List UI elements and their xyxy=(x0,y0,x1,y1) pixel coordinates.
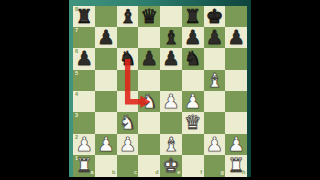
square-g5[interactable]: ♝ xyxy=(204,70,226,91)
square-e1[interactable]: e♚ xyxy=(160,155,182,176)
piece-white-pawn-g2[interactable]: ♟ xyxy=(206,134,223,154)
square-e5[interactable] xyxy=(160,70,182,91)
square-d2[interactable] xyxy=(138,134,160,155)
square-d5[interactable] xyxy=(138,70,160,91)
square-d6[interactable]: ♟ xyxy=(138,48,160,69)
square-b3[interactable] xyxy=(95,112,117,133)
square-g3[interactable] xyxy=(204,112,226,133)
piece-white-bishop-g5[interactable]: ♝ xyxy=(206,70,223,90)
square-a8[interactable]: 8♜ xyxy=(73,6,95,27)
square-d7[interactable] xyxy=(138,27,160,48)
piece-black-pawn-g7[interactable]: ♟ xyxy=(206,27,223,47)
file-label-d: d xyxy=(155,170,158,176)
square-b1[interactable]: b xyxy=(95,155,117,176)
file-label-b: b xyxy=(112,170,115,176)
square-c7[interactable] xyxy=(117,27,139,48)
square-b4[interactable] xyxy=(95,91,117,112)
square-g8[interactable]: ♚ xyxy=(204,6,226,27)
piece-black-pawn-e6[interactable]: ♟ xyxy=(162,49,179,69)
square-h3[interactable] xyxy=(225,112,247,133)
square-a3[interactable]: 3 xyxy=(73,112,95,133)
piece-white-rook-a1[interactable]: ♜ xyxy=(75,156,92,176)
square-f5[interactable] xyxy=(182,70,204,91)
rank-label-7: 7 xyxy=(75,28,78,34)
piece-white-pawn-c2[interactable]: ♟ xyxy=(119,134,136,154)
piece-white-queen-f3[interactable]: ♛ xyxy=(184,113,201,133)
rank-label-5: 5 xyxy=(75,71,78,77)
square-d3[interactable] xyxy=(138,112,160,133)
square-e6[interactable]: ♟ xyxy=(160,48,182,69)
square-h7[interactable]: ♟ xyxy=(225,27,247,48)
square-f3[interactable]: ♛ xyxy=(182,112,204,133)
square-d1[interactable]: d xyxy=(138,155,160,176)
chess-board: 8♜♝♛♜♚7♟♝♟♟♟6♟♞♟♟♞5♝4♞♟♟3♞♛2♟♟♟♝♟♟1a♜bcd… xyxy=(73,6,247,177)
piece-black-pawn-d6[interactable]: ♟ xyxy=(141,49,158,69)
piece-black-rook-a8[interactable]: ♜ xyxy=(75,6,92,26)
square-g4[interactable] xyxy=(204,91,226,112)
piece-black-queen-d8[interactable]: ♛ xyxy=(141,6,158,26)
piece-white-pawn-b2[interactable]: ♟ xyxy=(97,134,114,154)
piece-black-bishop-e7[interactable]: ♝ xyxy=(162,27,179,47)
square-a5[interactable]: 5 xyxy=(73,70,95,91)
square-a4[interactable]: 4 xyxy=(73,91,95,112)
piece-white-pawn-e4[interactable]: ♟ xyxy=(162,92,179,112)
file-label-c: c xyxy=(134,170,137,176)
square-h8[interactable] xyxy=(225,6,247,27)
piece-white-knight-c3[interactable]: ♞ xyxy=(119,113,136,133)
square-h6[interactable] xyxy=(225,48,247,69)
rank-label-3: 3 xyxy=(75,113,78,119)
square-f1[interactable]: f xyxy=(182,155,204,176)
square-d8[interactable]: ♛ xyxy=(138,6,160,27)
square-f7[interactable]: ♟ xyxy=(182,27,204,48)
rank-label-4: 4 xyxy=(75,92,78,98)
square-g1[interactable]: g xyxy=(204,155,226,176)
square-g6[interactable] xyxy=(204,48,226,69)
square-d4[interactable]: ♞ xyxy=(138,91,160,112)
file-label-f: f xyxy=(200,170,202,176)
square-f8[interactable]: ♜ xyxy=(182,6,204,27)
square-b7[interactable]: ♟ xyxy=(95,27,117,48)
square-f4[interactable]: ♟ xyxy=(182,91,204,112)
square-b8[interactable] xyxy=(95,6,117,27)
square-c8[interactable]: ♝ xyxy=(117,6,139,27)
square-h5[interactable] xyxy=(225,70,247,91)
square-c5[interactable] xyxy=(117,70,139,91)
piece-black-pawn-h7[interactable]: ♟ xyxy=(227,27,244,47)
square-e3[interactable] xyxy=(160,112,182,133)
piece-white-pawn-a2[interactable]: ♟ xyxy=(75,134,92,154)
square-a7[interactable]: 7 xyxy=(73,27,95,48)
piece-black-bishop-c8[interactable]: ♝ xyxy=(119,6,136,26)
square-b5[interactable] xyxy=(95,70,117,91)
piece-white-king-e1[interactable]: ♚ xyxy=(162,156,179,176)
square-e4[interactable]: ♟ xyxy=(160,91,182,112)
piece-black-knight-f6[interactable]: ♞ xyxy=(184,49,201,69)
piece-white-rook-h1[interactable]: ♜ xyxy=(227,156,244,176)
square-e8[interactable] xyxy=(160,6,182,27)
square-c3[interactable]: ♞ xyxy=(117,112,139,133)
square-a1[interactable]: 1a♜ xyxy=(73,155,95,176)
square-b2[interactable]: ♟ xyxy=(95,134,117,155)
piece-black-king-g8[interactable]: ♚ xyxy=(206,6,223,26)
square-g7[interactable]: ♟ xyxy=(204,27,226,48)
square-g2[interactable]: ♟ xyxy=(204,134,226,155)
piece-black-pawn-a6[interactable]: ♟ xyxy=(75,49,92,69)
square-f6[interactable]: ♞ xyxy=(182,48,204,69)
square-e7[interactable]: ♝ xyxy=(160,27,182,48)
square-h4[interactable] xyxy=(225,91,247,112)
square-c4[interactable] xyxy=(117,91,139,112)
square-f2[interactable] xyxy=(182,134,204,155)
square-c6[interactable]: ♞ xyxy=(117,48,139,69)
piece-white-knight-d4[interactable]: ♞ xyxy=(141,92,158,112)
square-a6[interactable]: 6♟ xyxy=(73,48,95,69)
piece-black-knight-c6[interactable]: ♞ xyxy=(119,49,136,69)
square-h1[interactable]: h♜ xyxy=(225,155,247,176)
piece-black-pawn-b7[interactable]: ♟ xyxy=(97,27,114,47)
square-c1[interactable]: c xyxy=(117,155,139,176)
piece-black-rook-f8[interactable]: ♜ xyxy=(184,6,201,26)
square-c2[interactable]: ♟ xyxy=(117,134,139,155)
piece-black-pawn-f7[interactable]: ♟ xyxy=(184,27,201,47)
piece-white-pawn-f4[interactable]: ♟ xyxy=(184,92,201,112)
video-frame: 8♜♝♛♜♚7♟♝♟♟♟6♟♞♟♟♞5♝4♞♟♟3♞♛2♟♟♟♝♟♟1a♜bcd… xyxy=(0,0,320,180)
square-h2[interactable]: ♟ xyxy=(225,134,247,155)
square-b6[interactable] xyxy=(95,48,117,69)
piece-white-pawn-h2[interactable]: ♟ xyxy=(227,134,244,154)
square-a2[interactable]: 2♟ xyxy=(73,134,95,155)
file-label-g: g xyxy=(220,170,223,176)
square-e2[interactable]: ♝ xyxy=(160,134,182,155)
piece-white-bishop-e2[interactable]: ♝ xyxy=(162,134,179,154)
